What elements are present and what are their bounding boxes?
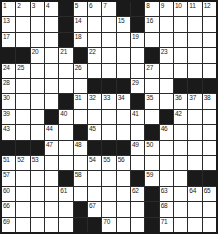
cell-r0-c11[interactable]: 9 — [160, 2, 173, 16]
cell-r6-c11[interactable] — [160, 94, 173, 108]
cell-r1-c3[interactable] — [45, 17, 58, 31]
cell-r7-c3-black — [45, 110, 58, 124]
clue-number-47: 47 — [46, 141, 53, 148]
cell-r9-c5[interactable]: 48 — [74, 141, 87, 155]
clue-number-49: 49 — [132, 141, 139, 148]
cell-r11-c3[interactable] — [45, 171, 58, 185]
clue-number-42: 42 — [175, 110, 182, 117]
cell-r4-c10[interactable]: 27 — [145, 64, 158, 78]
cell-r13-c3[interactable] — [45, 202, 58, 216]
cell-r9-c9[interactable]: 49 — [131, 141, 144, 155]
cell-r5-c8-black — [117, 79, 130, 93]
cell-r9-c6-black — [88, 141, 101, 155]
cell-r11-c13-black — [188, 171, 201, 185]
cell-r9-c4[interactable] — [59, 141, 72, 155]
cell-r13-c11[interactable]: 68 — [160, 202, 173, 216]
cell-r6-c0[interactable]: 30 — [2, 94, 15, 108]
cell-r7-c8[interactable] — [117, 110, 130, 124]
cell-r0-c3[interactable]: 4 — [45, 2, 58, 16]
cell-r14-c7[interactable]: 70 — [102, 218, 115, 232]
clue-number-7: 7 — [103, 2, 106, 9]
cell-r4-c3[interactable] — [45, 64, 58, 78]
cell-r5-c10[interactable] — [145, 79, 158, 93]
cell-r12-c0[interactable]: 60 — [2, 187, 15, 201]
cell-r8-c13[interactable] — [188, 125, 201, 139]
cell-r12-c11[interactable]: 63 — [160, 187, 173, 201]
clue-number-61: 61 — [60, 187, 67, 194]
cell-r9-c8-black — [117, 141, 130, 155]
cell-r0-c14[interactable]: 12 — [203, 2, 216, 16]
cell-r6-c5[interactable]: 31 — [74, 94, 87, 108]
clue-number-19: 19 — [132, 33, 139, 40]
cell-r10-c8[interactable]: 56 — [117, 156, 130, 170]
cell-r4-c12[interactable] — [174, 64, 187, 78]
cell-r11-c2[interactable] — [31, 171, 44, 185]
clue-number-1: 1 — [3, 2, 6, 9]
clue-number-44: 44 — [46, 125, 53, 132]
clue-number-26: 26 — [75, 64, 82, 71]
cell-r2-c3[interactable] — [45, 33, 58, 47]
cell-r8-c2[interactable] — [31, 125, 44, 139]
clue-number-18: 18 — [75, 33, 82, 40]
clue-number-71: 71 — [161, 218, 168, 225]
cell-r14-c3[interactable] — [45, 218, 58, 232]
cell-r3-c9[interactable] — [131, 48, 144, 62]
cell-r2-c5[interactable]: 18 — [74, 33, 87, 47]
clue-number-15: 15 — [118, 17, 125, 24]
cell-r0-c13[interactable]: 11 — [188, 2, 201, 16]
cell-r6-c1[interactable] — [16, 94, 29, 108]
cell-r7-c2[interactable] — [31, 110, 44, 124]
cell-r0-c0[interactable]: 1 — [2, 2, 15, 16]
cell-r12-c4[interactable]: 61 — [59, 187, 72, 201]
cell-r4-c0[interactable]: 24 — [2, 64, 15, 78]
cell-r5-c3[interactable] — [45, 79, 58, 93]
cell-r8-c4[interactable] — [59, 125, 72, 139]
cell-r3-c14[interactable] — [203, 48, 216, 62]
clue-number-16: 16 — [146, 17, 153, 24]
clue-number-63: 63 — [161, 187, 168, 194]
cell-r12-c8[interactable] — [117, 187, 130, 201]
cell-r5-c2[interactable] — [31, 79, 44, 93]
cell-r3-c8[interactable] — [117, 48, 130, 62]
cell-r1-c11[interactable] — [160, 17, 173, 31]
cell-r5-c6-black — [88, 79, 101, 93]
cell-r6-c4-black — [59, 94, 72, 108]
cell-r9-c1-black — [16, 141, 29, 155]
crossword-puzzle: 1234567891011121314151617181920212223242… — [0, 0, 218, 234]
cell-r2-c0[interactable]: 17 — [2, 33, 15, 47]
clue-number-62: 62 — [132, 187, 139, 194]
cell-r14-c1[interactable] — [16, 218, 29, 232]
cell-r9-c14[interactable] — [203, 141, 216, 155]
clue-number-40: 40 — [60, 110, 67, 117]
clue-number-6: 6 — [89, 2, 92, 9]
clue-number-11: 11 — [189, 2, 195, 9]
cell-r6-c3[interactable] — [45, 94, 58, 108]
clue-number-22: 22 — [89, 48, 96, 55]
cell-r4-c9[interactable] — [131, 64, 144, 78]
cell-r4-c8[interactable] — [117, 64, 130, 78]
cell-r12-c9[interactable]: 62 — [131, 187, 144, 201]
cell-r11-c4-black — [59, 171, 72, 185]
clue-number-41: 41 — [132, 110, 139, 117]
cell-r10-c10[interactable] — [145, 156, 158, 170]
cell-r9-c12[interactable] — [174, 141, 187, 155]
cell-r9-c10[interactable]: 50 — [145, 141, 158, 155]
clue-number-13: 13 — [3, 17, 10, 24]
clue-number-66: 66 — [3, 202, 10, 209]
cell-r8-c12[interactable] — [174, 125, 187, 139]
clue-number-64: 64 — [189, 187, 196, 194]
cell-r10-c6[interactable]: 54 — [88, 156, 101, 170]
cell-r2-c9[interactable]: 19 — [131, 33, 144, 47]
clue-number-54: 54 — [89, 156, 96, 163]
cell-r5-c7-black — [102, 79, 115, 93]
cell-r12-c7[interactable] — [102, 187, 115, 201]
cell-r13-c7[interactable] — [102, 202, 115, 216]
cell-r1-c6[interactable] — [88, 17, 101, 31]
clue-number-37: 37 — [189, 94, 196, 101]
clue-number-34: 34 — [118, 94, 125, 101]
cell-r14-c9[interactable] — [131, 218, 144, 232]
cell-r1-c13[interactable] — [188, 17, 201, 31]
cell-r9-c0-black — [2, 141, 15, 155]
cell-r7-c10[interactable] — [145, 110, 158, 124]
cell-r13-c5-black — [74, 202, 87, 216]
cell-r6-c10[interactable]: 35 — [145, 94, 158, 108]
cell-r3-c7[interactable] — [102, 48, 115, 62]
cell-r0-c5[interactable]: 5 — [74, 2, 87, 16]
clue-number-31: 31 — [75, 94, 82, 101]
cell-r3-c4[interactable]: 21 — [59, 48, 72, 62]
cell-r12-c2[interactable] — [31, 187, 44, 201]
clue-number-60: 60 — [3, 187, 10, 194]
clue-number-35: 35 — [146, 94, 153, 101]
cell-r7-c4[interactable]: 40 — [59, 110, 72, 124]
cell-r3-c11[interactable]: 23 — [160, 48, 173, 62]
clue-number-56: 56 — [118, 156, 125, 163]
cell-r14-c6-black — [88, 218, 101, 232]
cell-r8-c3[interactable]: 44 — [45, 125, 58, 139]
cell-r3-c13[interactable] — [188, 48, 201, 62]
cell-r5-c9[interactable]: 29 — [131, 79, 144, 93]
clue-number-10: 10 — [175, 2, 182, 9]
cell-r3-c1-black — [16, 48, 29, 62]
cell-r4-c14[interactable] — [203, 64, 216, 78]
cell-r4-c13[interactable] — [188, 64, 201, 78]
cell-r8-c6[interactable]: 45 — [88, 125, 101, 139]
clue-number-45: 45 — [89, 125, 96, 132]
clue-number-28: 28 — [3, 79, 10, 86]
cell-r7-c7[interactable] — [102, 110, 115, 124]
cell-r0-c4-black — [59, 2, 72, 16]
cell-r7-c6[interactable] — [88, 110, 101, 124]
cell-r6-c6[interactable]: 32 — [88, 94, 101, 108]
cell-r7-c1[interactable] — [16, 110, 29, 124]
cell-r2-c6[interactable] — [88, 33, 101, 47]
cell-r0-c2[interactable]: 3 — [31, 2, 44, 16]
cell-r0-c7[interactable]: 7 — [102, 2, 115, 16]
crossword-grid: 1234567891011121314151617181920212223242… — [0, 0, 218, 234]
cell-r0-c10[interactable]: 8 — [145, 2, 158, 16]
cell-r10-c7[interactable]: 55 — [102, 156, 115, 170]
cell-r7-c13[interactable] — [188, 110, 201, 124]
cell-r0-c1[interactable]: 2 — [16, 2, 29, 16]
cell-r2-c10[interactable] — [145, 33, 158, 47]
cell-r8-c10-black — [145, 125, 158, 139]
cell-r11-c8[interactable] — [117, 171, 130, 185]
clue-number-4: 4 — [46, 2, 49, 9]
clue-number-53: 53 — [32, 156, 39, 163]
clue-number-70: 70 — [103, 218, 110, 225]
cell-r1-c7[interactable] — [102, 17, 115, 31]
cell-r8-c9[interactable] — [131, 125, 144, 139]
cell-r5-c13-black — [188, 79, 201, 93]
clue-number-17: 17 — [3, 33, 10, 40]
cell-r14-c0[interactable]: 69 — [2, 218, 15, 232]
cell-r0-c9-black — [131, 2, 144, 16]
clue-number-12: 12 — [204, 2, 211, 9]
cell-r8-c5-black — [74, 125, 87, 139]
cell-r10-c12[interactable] — [174, 156, 187, 170]
clue-number-48: 48 — [75, 141, 82, 148]
cell-r12-c1[interactable] — [16, 187, 29, 201]
clue-number-24: 24 — [3, 64, 10, 71]
cell-r13-c10-black — [145, 202, 158, 216]
cell-r3-c5-black — [74, 48, 87, 62]
clue-number-59: 59 — [146, 171, 153, 178]
cell-r8-c8[interactable] — [117, 125, 130, 139]
cell-r8-c7[interactable] — [102, 125, 115, 139]
cell-r8-c1[interactable] — [16, 125, 29, 139]
cell-r5-c12-black — [174, 79, 187, 93]
cell-r12-c6[interactable] — [88, 187, 101, 201]
cell-r13-c13[interactable] — [188, 202, 201, 216]
cell-r1-c5[interactable]: 14 — [74, 17, 87, 31]
cell-r8-c0[interactable]: 43 — [2, 125, 15, 139]
cell-r9-c13[interactable] — [188, 141, 201, 155]
cell-r3-c10-black — [145, 48, 158, 62]
clue-number-39: 39 — [3, 110, 10, 117]
cell-r3-c2[interactable]: 20 — [31, 48, 44, 62]
cell-r11-c9-black — [131, 171, 144, 185]
cell-r6-c2[interactable] — [31, 94, 44, 108]
cell-r1-c8[interactable]: 15 — [117, 17, 130, 31]
clue-number-51: 51 — [3, 156, 10, 163]
clue-number-55: 55 — [103, 156, 110, 163]
cell-r12-c12[interactable] — [174, 187, 187, 201]
cell-r14-c14[interactable] — [203, 218, 216, 232]
cell-r3-c3[interactable] — [45, 48, 58, 62]
cell-r7-c9[interactable]: 41 — [131, 110, 144, 124]
cell-r1-c1[interactable] — [16, 17, 29, 31]
cell-r3-c6[interactable]: 22 — [88, 48, 101, 62]
cell-r11-c12[interactable] — [174, 171, 187, 185]
cell-r4-c5[interactable]: 26 — [74, 64, 87, 78]
clue-number-58: 58 — [75, 171, 82, 178]
cell-r2-c2[interactable] — [31, 33, 44, 47]
clue-number-30: 30 — [3, 94, 10, 101]
cell-r9-c11[interactable] — [160, 141, 173, 155]
clue-number-27: 27 — [146, 64, 153, 71]
cell-r7-c12[interactable]: 42 — [174, 110, 187, 124]
cell-r4-c2[interactable] — [31, 64, 44, 78]
cell-r2-c14[interactable] — [203, 33, 216, 47]
clue-number-25: 25 — [17, 64, 24, 71]
clue-number-36: 36 — [175, 94, 182, 101]
cell-r7-c5[interactable] — [74, 110, 87, 124]
cell-r7-c0[interactable]: 39 — [2, 110, 15, 124]
clue-number-33: 33 — [103, 94, 110, 101]
cell-r13-c0[interactable]: 66 — [2, 202, 15, 216]
cell-r11-c5[interactable]: 58 — [74, 171, 87, 185]
cell-r0-c8-black — [117, 2, 130, 16]
cell-r6-c8[interactable]: 34 — [117, 94, 130, 108]
cell-r11-c1[interactable] — [16, 171, 29, 185]
cell-r10-c3[interactable] — [45, 156, 58, 170]
cell-r4-c6[interactable] — [88, 64, 101, 78]
cell-r13-c12[interactable] — [174, 202, 187, 216]
cell-r13-c8[interactable] — [117, 202, 130, 216]
clue-number-68: 68 — [161, 202, 168, 209]
cell-r9-c7-black — [102, 141, 115, 155]
cell-r11-c10[interactable]: 59 — [145, 171, 158, 185]
cell-r13-c6[interactable]: 67 — [88, 202, 101, 216]
cell-r1-c14[interactable] — [203, 17, 216, 31]
cell-r13-c2[interactable] — [31, 202, 44, 216]
cell-r13-c14[interactable] — [203, 202, 216, 216]
cell-r10-c4[interactable] — [59, 156, 72, 170]
clue-number-32: 32 — [89, 94, 96, 101]
clue-number-52: 52 — [17, 156, 24, 163]
cell-r9-c2-black — [31, 141, 44, 155]
cell-r9-c3[interactable]: 47 — [45, 141, 58, 155]
cell-r1-c2[interactable] — [31, 17, 44, 31]
clue-number-20: 20 — [32, 48, 39, 55]
cell-r14-c4[interactable] — [59, 218, 72, 232]
cell-r10-c9[interactable] — [131, 156, 144, 170]
cell-r10-c14[interactable] — [203, 156, 216, 170]
cell-r1-c4-black — [59, 17, 72, 31]
cell-r14-c5-black — [74, 218, 87, 232]
clue-number-2: 2 — [17, 2, 20, 9]
cell-r7-c11-black — [160, 110, 173, 124]
cell-r10-c0[interactable]: 51 — [2, 156, 15, 170]
cell-r6-c12[interactable]: 36 — [174, 94, 187, 108]
clue-number-46: 46 — [161, 125, 168, 132]
cell-r2-c7[interactable] — [102, 33, 115, 47]
cell-r11-c6[interactable] — [88, 171, 101, 185]
clue-number-23: 23 — [161, 48, 168, 55]
cell-r8-c14[interactable] — [203, 125, 216, 139]
cell-r11-c14-black — [203, 171, 216, 185]
clue-number-5: 5 — [75, 2, 78, 9]
cell-r10-c13[interactable] — [188, 156, 201, 170]
cell-r5-c4[interactable] — [59, 79, 72, 93]
clue-number-9: 9 — [161, 2, 164, 9]
cell-r14-c10-black — [145, 218, 158, 232]
cell-r14-c8[interactable] — [117, 218, 130, 232]
cell-r1-c12[interactable] — [174, 17, 187, 31]
cell-r2-c13[interactable] — [188, 33, 201, 47]
cell-r12-c13[interactable]: 64 — [188, 187, 201, 201]
clue-number-65: 65 — [204, 187, 211, 194]
cell-r12-c14[interactable]: 65 — [203, 187, 216, 201]
cell-r5-c0[interactable]: 28 — [2, 79, 15, 93]
cell-r0-c6[interactable]: 6 — [88, 2, 101, 16]
cell-r6-c7[interactable]: 33 — [102, 94, 115, 108]
cell-r5-c5[interactable] — [74, 79, 87, 93]
cell-r1-c10[interactable]: 16 — [145, 17, 158, 31]
cell-r7-c14[interactable] — [203, 110, 216, 124]
clue-number-29: 29 — [132, 79, 139, 86]
cell-r12-c5[interactable] — [74, 187, 87, 201]
clue-number-21: 21 — [60, 48, 67, 55]
clue-number-57: 57 — [3, 171, 10, 178]
cell-r14-c12[interactable] — [174, 218, 187, 232]
cell-r3-c12[interactable] — [174, 48, 187, 62]
cell-r4-c1[interactable]: 25 — [16, 64, 29, 78]
cell-r10-c2[interactable]: 53 — [31, 156, 44, 170]
cell-r14-c2[interactable] — [31, 218, 44, 232]
cell-r11-c0[interactable]: 57 — [2, 171, 15, 185]
cell-r2-c8[interactable] — [117, 33, 130, 47]
cell-r10-c11[interactable] — [160, 156, 173, 170]
cell-r5-c1[interactable] — [16, 79, 29, 93]
cell-r10-c1[interactable]: 52 — [16, 156, 29, 170]
clue-number-38: 38 — [204, 94, 211, 101]
clue-number-43: 43 — [3, 125, 10, 132]
cell-r2-c4-black — [59, 33, 72, 47]
cell-r12-c10-black — [145, 187, 158, 201]
cell-r4-c7[interactable] — [102, 64, 115, 78]
cell-r13-c4[interactable] — [59, 202, 72, 216]
cell-r14-c13[interactable] — [188, 218, 201, 232]
cell-r1-c9-black — [131, 17, 144, 31]
cell-r11-c7[interactable] — [102, 171, 115, 185]
cell-r13-c9[interactable] — [131, 202, 144, 216]
cell-r2-c11[interactable] — [160, 33, 173, 47]
cell-r10-c5[interactable] — [74, 156, 87, 170]
clue-number-3: 3 — [32, 2, 35, 9]
cell-r6-c13[interactable]: 37 — [188, 94, 201, 108]
cell-r6-c9-black — [131, 94, 144, 108]
cell-r5-c11[interactable] — [160, 79, 173, 93]
clue-number-14: 14 — [75, 17, 82, 24]
cell-r4-c11[interactable] — [160, 64, 173, 78]
cell-r4-c4[interactable] — [59, 64, 72, 78]
cell-r14-c11[interactable]: 71 — [160, 218, 173, 232]
clue-number-67: 67 — [89, 202, 96, 209]
clue-number-8: 8 — [146, 2, 149, 9]
cell-r5-c14-black — [203, 79, 216, 93]
cell-r8-c11[interactable]: 46 — [160, 125, 173, 139]
cell-r12-c3[interactable] — [45, 187, 58, 201]
cell-r2-c1[interactable] — [16, 33, 29, 47]
cell-r3-c0-black — [2, 48, 15, 62]
cell-r13-c1[interactable] — [16, 202, 29, 216]
cell-r1-c0[interactable]: 13 — [2, 17, 15, 31]
cell-r11-c11[interactable] — [160, 171, 173, 185]
clue-number-50: 50 — [146, 141, 153, 148]
cell-r6-c14[interactable]: 38 — [203, 94, 216, 108]
cell-r2-c12[interactable] — [174, 33, 187, 47]
cell-r0-c12[interactable]: 10 — [174, 2, 187, 16]
clue-number-69: 69 — [3, 218, 10, 225]
